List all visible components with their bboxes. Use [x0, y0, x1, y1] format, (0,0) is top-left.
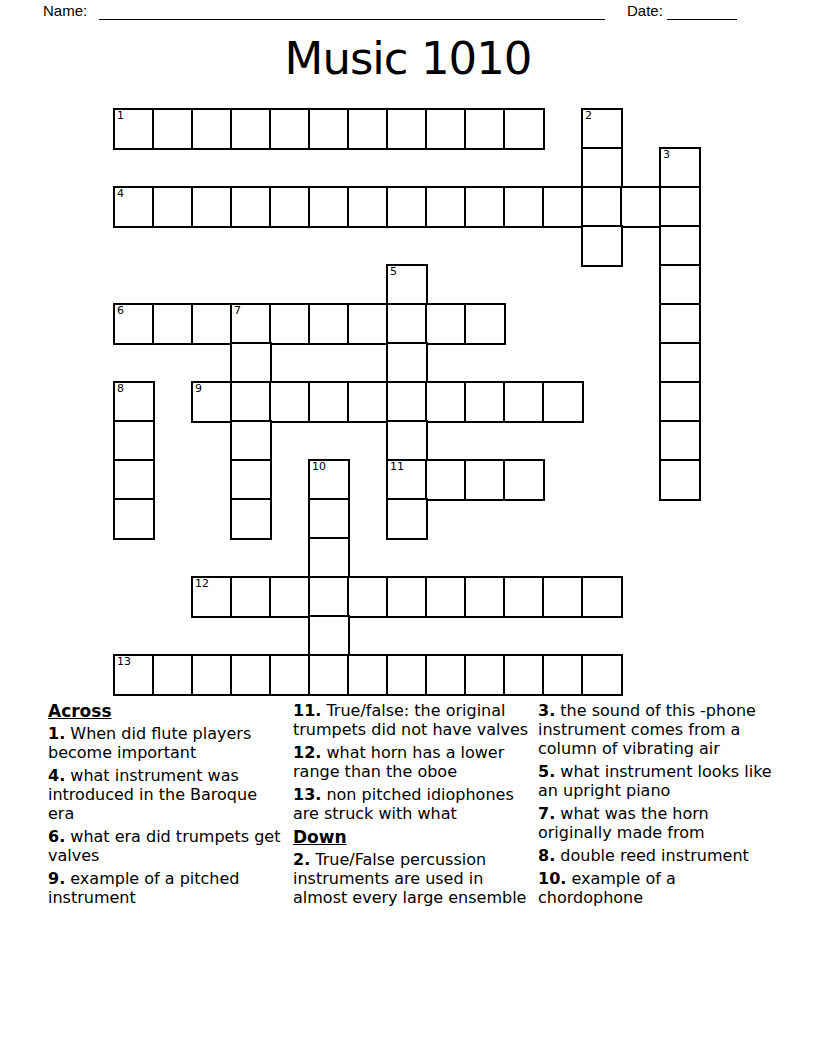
cell-r12c10[interactable] — [503, 576, 545, 618]
cell-r8c0[interactable] — [113, 420, 155, 462]
clue-number-7: 7 — [234, 304, 241, 318]
cell-r2c0[interactable]: 4 — [113, 186, 155, 228]
cell-r2c5[interactable] — [308, 186, 350, 228]
cell-r5c5[interactable] — [308, 303, 350, 345]
cell-r0c5[interactable] — [308, 108, 350, 150]
cell-r5c8[interactable] — [425, 303, 467, 345]
cell-r14c8[interactable] — [425, 654, 467, 696]
cell-r10c5[interactable] — [308, 498, 350, 540]
clues-section: Across1. When did flute players become i… — [48, 701, 774, 911]
cell-r7c9[interactable] — [464, 381, 506, 423]
cell-r13c5[interactable] — [308, 615, 350, 657]
cell-r12c12[interactable] — [581, 576, 623, 618]
cell-r8c7[interactable] — [386, 420, 428, 462]
down-clues-heading: Down — [293, 827, 529, 847]
cell-r2c1[interactable] — [152, 186, 194, 228]
clue-across-13: 13. non pitched idiophones are struck wi… — [293, 785, 529, 823]
cell-r14c9[interactable] — [464, 654, 506, 696]
cell-r0c12[interactable]: 2 — [581, 108, 623, 150]
clue-across-12: 12. what horn has a lower range than the… — [293, 743, 529, 781]
cell-r10c3[interactable] — [230, 498, 272, 540]
clue-down-7: 7. what was the horn originally made fro… — [538, 804, 774, 842]
clue-number-5: 5 — [390, 265, 397, 279]
cell-r14c3[interactable] — [230, 654, 272, 696]
clue-number-6: 6 — [117, 304, 124, 318]
clue-number-11: 11 — [390, 460, 404, 474]
clue-across-9: 9. example of a pitched instrument — [48, 869, 284, 907]
cell-r3c12[interactable] — [581, 225, 623, 267]
cell-r12c3[interactable] — [230, 576, 272, 618]
cell-r0c2[interactable] — [191, 108, 233, 150]
cell-r5c9[interactable] — [464, 303, 506, 345]
cell-r0c0[interactable]: 1 — [113, 108, 155, 150]
clue-down-2: 2. True/False percussion instruments are… — [293, 850, 529, 907]
cell-r5c2[interactable] — [191, 303, 233, 345]
cell-r0c3[interactable] — [230, 108, 272, 150]
clue-down-3: 3. the sound of this -phone instrument c… — [538, 701, 774, 758]
cell-r7c5[interactable] — [308, 381, 350, 423]
cell-r7c7[interactable] — [386, 381, 428, 423]
cell-r4c14[interactable] — [659, 264, 701, 306]
clue-across-11: 11. True/false: the original trumpets di… — [293, 701, 529, 739]
cell-r9c7[interactable]: 11 — [386, 459, 428, 501]
cell-r2c11[interactable] — [542, 186, 584, 228]
across-clues-heading: Across — [48, 701, 284, 721]
cell-r9c10[interactable] — [503, 459, 545, 501]
clue-number-10: 10 — [312, 460, 326, 474]
clue-number-8: 8 — [117, 382, 124, 396]
cell-r0c8[interactable] — [425, 108, 467, 150]
cell-r14c1[interactable] — [152, 654, 194, 696]
cell-r0c4[interactable] — [269, 108, 311, 150]
cell-r14c10[interactable] — [503, 654, 545, 696]
cell-r9c14[interactable] — [659, 459, 701, 501]
clue-number-2: 2 — [585, 109, 592, 123]
cell-r0c7[interactable] — [386, 108, 428, 150]
clue-column-3: 3. the sound of this -phone instrument c… — [538, 701, 774, 911]
cell-r7c10[interactable] — [503, 381, 545, 423]
cell-r7c0[interactable]: 8 — [113, 381, 155, 423]
clue-number-4: 4 — [117, 187, 124, 201]
cell-r6c14[interactable] — [659, 342, 701, 384]
cell-r5c1[interactable] — [152, 303, 194, 345]
cell-r12c6[interactable] — [347, 576, 389, 618]
date-label: Date: — [627, 2, 663, 20]
cell-r2c10[interactable] — [503, 186, 545, 228]
cell-r11c5[interactable] — [308, 537, 350, 579]
cell-r9c9[interactable] — [464, 459, 506, 501]
cell-r9c3[interactable] — [230, 459, 272, 501]
cell-r7c3[interactable] — [230, 381, 272, 423]
clue-number-9: 9 — [195, 382, 202, 396]
clue-down-10: 10. example of a chordophone — [538, 869, 774, 907]
cell-r5c6[interactable] — [347, 303, 389, 345]
cell-r2c3[interactable] — [230, 186, 272, 228]
cell-r5c0[interactable]: 6 — [113, 303, 155, 345]
cell-r2c7[interactable] — [386, 186, 428, 228]
cell-r14c0[interactable]: 13 — [113, 654, 155, 696]
cell-r7c8[interactable] — [425, 381, 467, 423]
cell-r14c12[interactable] — [581, 654, 623, 696]
cell-r0c1[interactable] — [152, 108, 194, 150]
clue-across-6: 6. what era did trumpets get valves — [48, 827, 284, 865]
cell-r0c9[interactable] — [464, 108, 506, 150]
cell-r12c8[interactable] — [425, 576, 467, 618]
cell-r9c0[interactable] — [113, 459, 155, 501]
crossword-grid: 12345678910111213 — [113, 108, 701, 696]
cell-r7c11[interactable] — [542, 381, 584, 423]
cell-r14c5[interactable] — [308, 654, 350, 696]
cell-r6c3[interactable] — [230, 342, 272, 384]
cell-r2c14[interactable] — [659, 186, 701, 228]
cell-r14c11[interactable] — [542, 654, 584, 696]
clue-across-4: 4. what instrument was introduced in the… — [48, 766, 284, 823]
name-label: Name: — [43, 2, 87, 20]
clue-down-8: 8. double reed instrument — [538, 846, 774, 865]
cell-r5c3[interactable]: 7 — [230, 303, 272, 345]
cell-r2c9[interactable] — [464, 186, 506, 228]
cell-r7c14[interactable] — [659, 381, 701, 423]
cell-r12c5[interactable] — [308, 576, 350, 618]
clue-across-1: 1. When did flute players become importa… — [48, 724, 284, 762]
cell-r4c7[interactable]: 5 — [386, 264, 428, 306]
cell-r7c4[interactable] — [269, 381, 311, 423]
cell-r1c12[interactable] — [581, 147, 623, 189]
cell-r14c6[interactable] — [347, 654, 389, 696]
page-title: Music 1010 — [0, 34, 816, 84]
cell-r12c7[interactable] — [386, 576, 428, 618]
cell-r9c5[interactable]: 10 — [308, 459, 350, 501]
cell-r7c2[interactable]: 9 — [191, 381, 233, 423]
clue-number-13: 13 — [117, 655, 131, 669]
cell-r3c14[interactable] — [659, 225, 701, 267]
cell-r9c8[interactable] — [425, 459, 467, 501]
cell-r5c4[interactable] — [269, 303, 311, 345]
cell-r12c11[interactable] — [542, 576, 584, 618]
clue-number-12: 12 — [195, 577, 209, 591]
clue-down-5: 5. what instrument looks like an upright… — [538, 762, 774, 800]
cell-r12c9[interactable] — [464, 576, 506, 618]
cell-r1c14[interactable]: 3 — [659, 147, 701, 189]
cell-r14c2[interactable] — [191, 654, 233, 696]
clue-number-3: 3 — [663, 148, 670, 162]
cell-r2c2[interactable] — [191, 186, 233, 228]
cell-r10c0[interactable] — [113, 498, 155, 540]
cell-r14c7[interactable] — [386, 654, 428, 696]
cell-r6c7[interactable] — [386, 342, 428, 384]
cell-r2c12[interactable] — [581, 186, 623, 228]
cell-r5c7[interactable] — [386, 303, 428, 345]
name-input-line[interactable] — [99, 3, 605, 20]
clue-column-2: 11. True/false: the original trumpets di… — [293, 701, 529, 911]
clue-column-1: Across1. When did flute players become i… — [48, 701, 284, 911]
cell-r7c6[interactable] — [347, 381, 389, 423]
clue-number-1: 1 — [117, 109, 124, 123]
cell-r2c6[interactable] — [347, 186, 389, 228]
cell-r10c7[interactable] — [386, 498, 428, 540]
date-input-line[interactable] — [667, 3, 737, 20]
cell-r8c3[interactable] — [230, 420, 272, 462]
cell-r12c2[interactable]: 12 — [191, 576, 233, 618]
cell-r8c14[interactable] — [659, 420, 701, 462]
cell-r0c10[interactable] — [503, 108, 545, 150]
cell-r5c14[interactable] — [659, 303, 701, 345]
cell-r2c8[interactable] — [425, 186, 467, 228]
cell-r14c4[interactable] — [269, 654, 311, 696]
cell-r0c6[interactable] — [347, 108, 389, 150]
cell-r12c4[interactable] — [269, 576, 311, 618]
cell-r2c13[interactable] — [620, 186, 662, 228]
cell-r2c4[interactable] — [269, 186, 311, 228]
